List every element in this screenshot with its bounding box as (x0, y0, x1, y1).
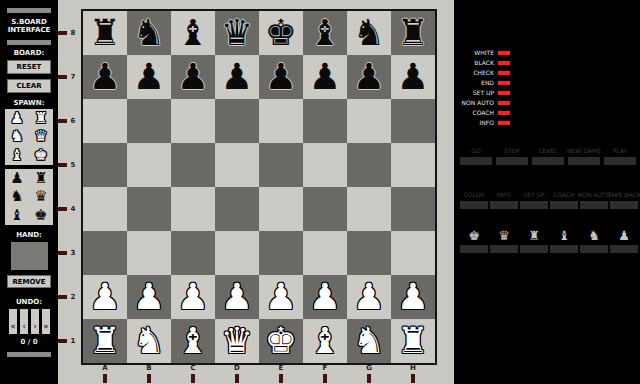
end-led (498, 81, 510, 85)
square-d8[interactable]: ♛ (215, 11, 259, 55)
right-panel: WHITEBLACKCHECKENDSET UPNON AUTOCOACHINF… (454, 0, 640, 384)
spawn-black-rook[interactable]: ♜ (29, 169, 53, 188)
black-queen-piece: ♛ (34, 189, 47, 204)
square-c3[interactable] (171, 231, 215, 275)
spawn-white-rook[interactable]: ♜ (29, 109, 53, 128)
white-pawn-piece: ♟ (177, 279, 209, 315)
square-c5[interactable] (171, 143, 215, 187)
level-button-label: LEVEL (539, 147, 557, 155)
white-queen-piece: ♛ (34, 129, 47, 144)
level-button-unit: LEVEL (532, 147, 564, 165)
non-auto-button-unit: NON AUTO (580, 191, 608, 209)
white-knight-piece: ♞ (353, 323, 385, 359)
set-up-button[interactable] (520, 201, 548, 209)
undo-counter: 0 / 0 (0, 338, 58, 346)
rook-piece-button[interactable] (520, 245, 548, 253)
info-led-label: INFO (454, 120, 494, 126)
square-g2[interactable]: ♟ (347, 275, 391, 319)
square-d3[interactable] (215, 231, 259, 275)
square-d2[interactable]: ♟ (215, 275, 259, 319)
white-king-piece: ♚ (34, 148, 47, 163)
check-led-row: CHECK (454, 68, 510, 78)
app-title-line1: S.BOARD (0, 18, 58, 26)
set-up-led (498, 91, 510, 95)
square-b4[interactable] (127, 187, 171, 231)
square-f3[interactable] (303, 231, 347, 275)
square-e2[interactable]: ♟ (259, 275, 303, 319)
file-f-led (323, 374, 327, 383)
black-pawn-piece: ♟ (221, 59, 253, 95)
square-c4[interactable] (171, 187, 215, 231)
color-button-label: COLOR (464, 191, 485, 199)
rank-row-8: 8 (58, 11, 81, 55)
square-f5[interactable] (303, 143, 347, 187)
bishop-piece-button[interactable] (550, 245, 578, 253)
white-led (498, 51, 510, 55)
square-a7[interactable]: ♟ (83, 55, 127, 99)
spawn-white-bishop[interactable]: ♝ (5, 146, 29, 165)
white-rook-piece: ♜ (34, 111, 47, 126)
king-icon: ♚ (468, 227, 480, 244)
non-auto-led (498, 101, 510, 105)
square-d4[interactable] (215, 187, 259, 231)
non-auto-led-label: NON AUTO (454, 100, 494, 106)
rank-label-4: 4 (67, 205, 79, 213)
coach-led-row: COACH (454, 108, 510, 118)
pawn-piece-button[interactable] (610, 245, 638, 253)
file-a-led (103, 374, 107, 383)
square-h4[interactable] (391, 187, 435, 231)
rank-row-2: 2 (58, 275, 81, 319)
white-pawn-piece: ♟ (397, 279, 429, 315)
white-rook-piece: ♜ (89, 323, 121, 359)
file-label-e: E (279, 364, 284, 373)
info-led (498, 121, 510, 125)
file-label-f: F (323, 364, 328, 373)
rank-row-7: 7 (58, 55, 81, 99)
knight-piece-button[interactable] (580, 245, 608, 253)
black-pawn-piece: ♟ (177, 59, 209, 95)
file-cell-g: G (347, 364, 391, 383)
go-button-unit: GO (460, 147, 492, 165)
coach-led (498, 111, 510, 115)
square-c8[interactable]: ♝ (171, 11, 215, 55)
divider-bar (7, 8, 51, 13)
square-a4[interactable] (83, 187, 127, 231)
chess-computer-ui: S.BOARD INTERFACE BOARD: RESET CLEAR SPA… (0, 0, 640, 384)
square-b3[interactable] (127, 231, 171, 275)
status-led-block: WHITEBLACKCHECKENDSET UPNON AUTOCOACHINF… (454, 48, 510, 128)
board-section-label: BOARD: (0, 49, 58, 57)
black-knight-piece: ♞ (10, 189, 23, 204)
hand-slot[interactable] (11, 242, 48, 270)
non-auto-led-row: NON AUTO (454, 98, 510, 108)
white-pawn-piece: ♟ (309, 279, 341, 315)
coach-button-unit: COACH (550, 191, 578, 209)
check-led-label: CHECK (454, 70, 494, 76)
stop-button[interactable] (496, 157, 528, 165)
app-title-line2: INTERFACE (0, 26, 58, 34)
file-label-d: D (234, 364, 240, 373)
chess-board: ♜♞♝♛♚♝♞♜♟♟♟♟♟♟♟♟♟♟♟♟♟♟♟♟♜♞♝♛♚♝♞♜ (81, 9, 437, 365)
file-d-led (235, 374, 239, 383)
square-g5[interactable] (347, 143, 391, 187)
white-led-row: WHITE (454, 48, 510, 58)
stop-button-label: STOP (504, 147, 520, 155)
undo-fast-forward-button[interactable]: » (42, 309, 50, 334)
square-d6[interactable] (215, 99, 259, 143)
clear-button[interactable]: CLEAR (7, 79, 51, 93)
black-pawn-piece: ♟ (353, 59, 385, 95)
square-e3[interactable] (259, 231, 303, 275)
white-king-piece: ♚ (265, 323, 297, 359)
spawn-white-queen[interactable]: ♛ (29, 128, 53, 147)
rook-piece-button-unit: ♜ (520, 227, 548, 253)
square-a8[interactable]: ♜ (83, 11, 127, 55)
play-button-label: PLAY (613, 147, 627, 155)
black-pawn-piece: ♟ (89, 59, 121, 95)
go-button-label: GO (471, 147, 480, 155)
reset-button[interactable]: RESET (7, 60, 51, 74)
undo-back-button[interactable]: ‹ (20, 309, 28, 334)
black-led (498, 61, 510, 65)
file-cell-a: A (83, 364, 127, 383)
square-h7[interactable]: ♟ (391, 55, 435, 99)
file-label-b: B (146, 364, 151, 373)
square-e4[interactable] (259, 187, 303, 231)
set-up-led-label: SET UP (454, 90, 494, 96)
square-d1[interactable]: ♛ (215, 319, 259, 363)
square-b8[interactable]: ♞ (127, 11, 171, 55)
black-knight-piece: ♞ (353, 15, 385, 51)
king-piece-button[interactable] (460, 245, 488, 253)
queen-piece-button[interactable] (490, 245, 518, 253)
rank-4-led (58, 207, 67, 211)
set-up-button-label: SET UP (523, 191, 544, 199)
white-pawn-piece: ♟ (353, 279, 385, 315)
spawn-white-panel: ♟♜♞♛♝♚ (5, 109, 53, 165)
square-c2[interactable]: ♟ (171, 275, 215, 319)
info-button-unit: INFO (490, 191, 518, 209)
white-bishop-piece: ♝ (10, 148, 23, 163)
square-h5[interactable] (391, 143, 435, 187)
black-led-row: BLACK (454, 58, 510, 68)
square-e5[interactable] (259, 143, 303, 187)
end-led-label: END (454, 80, 494, 86)
rank-row-3: 3 (58, 231, 81, 275)
rank-6-led (58, 119, 67, 123)
file-cell-e: E (259, 364, 303, 383)
square-h1[interactable]: ♜ (391, 319, 435, 363)
rank-label-7: 7 (67, 73, 79, 81)
divider-bar (7, 352, 51, 357)
rank-row-5: 5 (58, 143, 81, 187)
rank-8-led (58, 31, 67, 35)
knight-icon: ♞ (588, 227, 600, 244)
white-bishop-piece: ♝ (309, 323, 341, 359)
square-g6[interactable] (347, 99, 391, 143)
undo-rewind-button[interactable]: « (9, 309, 17, 334)
rank-2-led (58, 295, 67, 299)
square-a5[interactable] (83, 143, 127, 187)
go-button[interactable] (460, 157, 492, 165)
new-game-button-unit: NEW GAME (568, 147, 600, 165)
white-rook-piece: ♜ (397, 323, 429, 359)
black-pawn-piece: ♟ (10, 171, 23, 186)
square-a2[interactable]: ♟ (83, 275, 127, 319)
spawn-black-queen[interactable]: ♛ (29, 188, 53, 207)
rank-label-5: 5 (67, 161, 79, 169)
black-rook-piece: ♜ (34, 171, 47, 186)
rank-label-3: 3 (67, 249, 79, 257)
black-pawn-piece: ♟ (265, 59, 297, 95)
white-pawn-piece: ♟ (265, 279, 297, 315)
square-e8[interactable]: ♚ (259, 11, 303, 55)
color-button[interactable] (460, 201, 488, 209)
rank-labels: 87654321 (58, 11, 81, 363)
square-b6[interactable] (127, 99, 171, 143)
black-rook-piece: ♜ (397, 15, 429, 51)
bishop-piece-button-unit: ♝ (550, 227, 578, 253)
left-sidebar: S.BOARD INTERFACE BOARD: RESET CLEAR SPA… (0, 0, 58, 384)
square-f2[interactable]: ♟ (303, 275, 347, 319)
file-cell-c: C (171, 364, 215, 383)
white-queen-piece: ♛ (221, 323, 253, 359)
control-buttons-row1: GOSTOPLEVELNEW GAMEPLAY (460, 147, 636, 165)
spawn-white-king[interactable]: ♚ (29, 146, 53, 165)
file-c-led (191, 374, 195, 383)
play-button[interactable] (604, 157, 636, 165)
square-c1[interactable]: ♝ (171, 319, 215, 363)
file-labels: ABCDEFGH (83, 364, 435, 383)
play-button-unit: PLAY (604, 147, 636, 165)
coach-button-label: COACH (553, 191, 575, 199)
black-bishop-piece: ♝ (309, 15, 341, 51)
square-h3[interactable] (391, 231, 435, 275)
square-a6[interactable] (83, 99, 127, 143)
king-piece-button-unit: ♚ (460, 227, 488, 253)
white-pawn-piece: ♟ (133, 279, 165, 315)
black-knight-piece: ♞ (133, 15, 165, 51)
file-label-a: A (102, 364, 107, 373)
black-pawn-piece: ♟ (133, 59, 165, 95)
info-button[interactable] (490, 201, 518, 209)
spawn-white-knight[interactable]: ♞ (5, 128, 29, 147)
black-pawn-piece: ♟ (309, 59, 341, 95)
spawn-white-pawn[interactable]: ♟ (5, 109, 29, 128)
square-c6[interactable] (171, 99, 215, 143)
square-b1[interactable]: ♞ (127, 319, 171, 363)
square-g3[interactable] (347, 231, 391, 275)
take-back-button-unit: TAKE BACK (610, 191, 638, 209)
square-h6[interactable] (391, 99, 435, 143)
black-bishop-piece: ♝ (177, 15, 209, 51)
undo-forward-button[interactable]: › (31, 309, 39, 334)
square-h2[interactable]: ♟ (391, 275, 435, 319)
black-king-piece: ♚ (34, 208, 47, 223)
control-buttons-row2: COLORINFOSET UPCOACHNON AUTOTAKE BACK (460, 191, 638, 209)
remove-button[interactable]: REMOVE (7, 275, 51, 288)
file-cell-b: B (127, 364, 171, 383)
rook-icon: ♜ (528, 227, 540, 244)
square-f8[interactable]: ♝ (303, 11, 347, 55)
coach-led-label: COACH (454, 110, 494, 116)
non-auto-button-label: NON AUTO (578, 191, 611, 199)
square-f1[interactable]: ♝ (303, 319, 347, 363)
set-up-led-row: SET UP (454, 88, 510, 98)
file-label-h: H (410, 364, 416, 373)
info-led-row: INFO (454, 118, 510, 128)
rank-3-led (58, 251, 67, 255)
square-g4[interactable] (347, 187, 391, 231)
black-bishop-piece: ♝ (10, 208, 23, 223)
black-queen-piece: ♛ (221, 15, 253, 51)
square-c7[interactable]: ♟ (171, 55, 215, 99)
square-e1[interactable]: ♚ (259, 319, 303, 363)
rank-5-led (58, 163, 67, 167)
rank-label-1: 1 (67, 337, 79, 345)
white-bishop-piece: ♝ (177, 323, 209, 359)
square-b7[interactable]: ♟ (127, 55, 171, 99)
end-led-row: END (454, 78, 510, 88)
file-label-c: C (190, 364, 195, 373)
rank-row-6: 6 (58, 99, 81, 143)
app-title: S.BOARD INTERFACE (0, 18, 58, 34)
piece-buttons-row: ♚♛♜♝♞♟ (460, 227, 638, 253)
black-led-label: BLACK (454, 60, 494, 66)
spawn-black-pawn[interactable]: ♟ (5, 169, 29, 188)
rank-1-led (58, 339, 67, 343)
spawn-black-king[interactable]: ♚ (29, 206, 53, 225)
rank-label-6: 6 (67, 117, 79, 125)
color-button-unit: COLOR (460, 191, 488, 209)
new-game-button-label: NEW GAME (567, 147, 601, 155)
coach-button[interactable] (550, 201, 578, 209)
black-pawn-piece: ♟ (397, 59, 429, 95)
white-knight-piece: ♞ (133, 323, 165, 359)
board-frame: 87654321 ♜♞♝♛♚♝♞♜♟♟♟♟♟♟♟♟♟♟♟♟♟♟♟♟♜♞♝♛♚♝♞… (58, 0, 454, 384)
white-pawn-piece: ♟ (89, 279, 121, 315)
square-a3[interactable] (83, 231, 127, 275)
square-e7[interactable]: ♟ (259, 55, 303, 99)
square-e6[interactable] (259, 99, 303, 143)
take-back-button[interactable] (610, 201, 638, 209)
spawn-section-label: SPAWN: (0, 99, 58, 107)
white-pawn-piece: ♟ (221, 279, 253, 315)
black-rook-piece: ♜ (89, 15, 121, 51)
square-a1[interactable]: ♜ (83, 319, 127, 363)
stop-button-unit: STOP (496, 147, 528, 165)
knight-piece-button-unit: ♞ (580, 227, 608, 253)
undo-section-label: UNDO: (0, 298, 58, 306)
white-pawn-piece: ♟ (10, 111, 23, 126)
pawn-piece-button-unit: ♟ (610, 227, 638, 253)
rank-label-8: 8 (67, 29, 79, 37)
square-g8[interactable]: ♞ (347, 11, 391, 55)
new-game-button[interactable] (568, 157, 600, 165)
set-up-button-unit: SET UP (520, 191, 548, 209)
white-led-label: WHITE (454, 50, 494, 56)
square-h8[interactable]: ♜ (391, 11, 435, 55)
square-b2[interactable]: ♟ (127, 275, 171, 319)
file-b-led (147, 374, 151, 383)
spawn-black-bishop[interactable]: ♝ (5, 206, 29, 225)
square-b5[interactable] (127, 143, 171, 187)
file-cell-h: H (391, 364, 435, 383)
rank-row-4: 4 (58, 187, 81, 231)
file-cell-d: D (215, 364, 259, 383)
file-label-g: G (366, 364, 372, 373)
square-f7[interactable]: ♟ (303, 55, 347, 99)
square-g7[interactable]: ♟ (347, 55, 391, 99)
white-knight-piece: ♞ (10, 129, 23, 144)
take-back-button-label: TAKE BACK (607, 191, 640, 199)
file-cell-f: F (303, 364, 347, 383)
bishop-icon: ♝ (558, 227, 570, 244)
square-f4[interactable] (303, 187, 347, 231)
queen-icon: ♛ (498, 227, 510, 244)
file-h-led (411, 374, 415, 383)
divider-bar (7, 40, 51, 45)
hand-section-label: HAND: (0, 231, 58, 239)
check-led (498, 71, 510, 75)
rank-7-led (58, 75, 67, 79)
black-king-piece: ♚ (265, 15, 297, 51)
rank-label-2: 2 (67, 293, 79, 301)
spawn-black-knight[interactable]: ♞ (5, 188, 29, 207)
rank-row-1: 1 (58, 319, 81, 363)
level-button[interactable] (532, 157, 564, 165)
spawn-black-panel: ♟♜♞♛♝♚ (5, 169, 53, 225)
pawn-icon: ♟ (618, 227, 630, 244)
non-auto-button[interactable] (580, 201, 608, 209)
queen-piece-button-unit: ♛ (490, 227, 518, 253)
file-e-led (279, 374, 283, 383)
info-button-label: INFO (497, 191, 511, 199)
square-g1[interactable]: ♞ (347, 319, 391, 363)
square-f6[interactable] (303, 99, 347, 143)
square-d5[interactable] (215, 143, 259, 187)
file-g-led (367, 374, 371, 383)
square-d7[interactable]: ♟ (215, 55, 259, 99)
undo-controls: «‹›» (9, 309, 50, 334)
